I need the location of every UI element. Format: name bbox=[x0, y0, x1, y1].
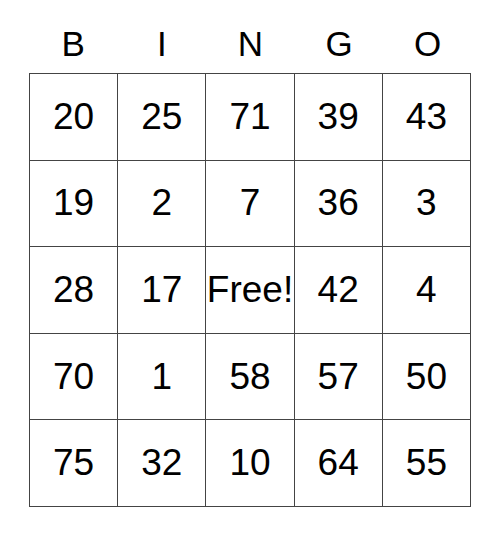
cell-r2-b[interactable]: 19 bbox=[30, 161, 118, 248]
bingo-card: B I N G O 20 25 71 39 43 19 2 7 36 3 28 … bbox=[29, 0, 472, 507]
cell-r1-n[interactable]: 71 bbox=[206, 74, 294, 161]
cell-r2-g[interactable]: 36 bbox=[295, 161, 383, 248]
cell-r4-i[interactable]: 1 bbox=[118, 334, 206, 421]
bingo-page: B I N G O 20 25 71 39 43 19 2 7 36 3 28 … bbox=[0, 0, 500, 544]
cell-r2-i[interactable]: 2 bbox=[118, 161, 206, 248]
bingo-grid: 20 25 71 39 43 19 2 7 36 3 28 17 Free! 4… bbox=[29, 73, 471, 507]
cell-r3-b[interactable]: 28 bbox=[30, 247, 118, 334]
cell-r4-n[interactable]: 58 bbox=[206, 334, 294, 421]
cell-r1-o[interactable]: 43 bbox=[383, 74, 471, 161]
cell-r4-g[interactable]: 57 bbox=[295, 334, 383, 421]
cell-r1-g[interactable]: 39 bbox=[295, 74, 383, 161]
column-letter-b: B bbox=[29, 26, 118, 73]
cell-r5-n[interactable]: 10 bbox=[206, 420, 294, 507]
cell-r3-o[interactable]: 4 bbox=[383, 247, 471, 334]
cell-r1-b[interactable]: 20 bbox=[30, 74, 118, 161]
cell-r4-o[interactable]: 50 bbox=[383, 334, 471, 421]
cell-r5-g[interactable]: 64 bbox=[295, 420, 383, 507]
cell-r4-b[interactable]: 70 bbox=[30, 334, 118, 421]
cell-r5-i[interactable]: 32 bbox=[118, 420, 206, 507]
cell-r2-n[interactable]: 7 bbox=[206, 161, 294, 248]
cell-r5-b[interactable]: 75 bbox=[30, 420, 118, 507]
column-letter-g: G bbox=[295, 26, 384, 73]
cell-r2-o[interactable]: 3 bbox=[383, 161, 471, 248]
cell-r3-g[interactable]: 42 bbox=[295, 247, 383, 334]
cell-r5-o[interactable]: 55 bbox=[383, 420, 471, 507]
column-letter-n: N bbox=[206, 26, 295, 73]
bingo-header: B I N G O bbox=[29, 0, 472, 73]
cell-r1-i[interactable]: 25 bbox=[118, 74, 206, 161]
column-letter-i: I bbox=[118, 26, 207, 73]
cell-r3-i[interactable]: 17 bbox=[118, 247, 206, 334]
column-letter-o: O bbox=[383, 26, 472, 73]
free-cell[interactable]: Free! bbox=[206, 247, 294, 334]
